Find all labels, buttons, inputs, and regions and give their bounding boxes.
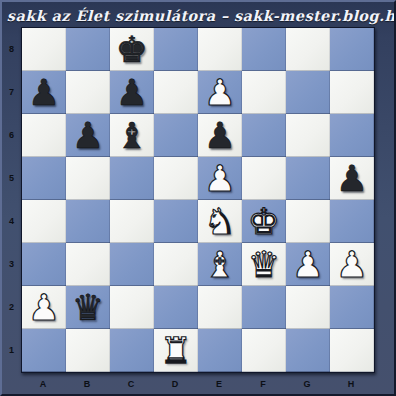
square-d8[interactable] — [154, 28, 198, 71]
square-b5[interactable] — [66, 157, 110, 200]
rank-label: 6 — [2, 113, 21, 156]
square-h7[interactable] — [330, 71, 374, 114]
square-g3[interactable]: ♟ — [286, 243, 330, 286]
piece-black-king[interactable]: ♚ — [116, 28, 148, 71]
square-b4[interactable] — [66, 200, 110, 243]
piece-black-pawn[interactable]: ♟ — [116, 71, 148, 114]
square-d6[interactable] — [154, 114, 198, 157]
chess-diagram-frame: A sakk az Élet szimulátora – sakk-mester… — [0, 0, 396, 396]
square-d2[interactable] — [154, 286, 198, 329]
rank-label: 3 — [2, 242, 21, 285]
square-g6[interactable] — [286, 114, 330, 157]
square-e8[interactable] — [198, 28, 242, 71]
square-a2[interactable]: ♟ — [22, 286, 66, 329]
square-e5[interactable]: ♟ — [198, 157, 242, 200]
square-a8[interactable] — [22, 28, 66, 71]
rank-label: 2 — [2, 285, 21, 328]
rank-labels: 87654321 — [2, 27, 21, 371]
file-label: B — [65, 377, 109, 389]
square-g1[interactable] — [286, 329, 330, 372]
square-a5[interactable] — [22, 157, 66, 200]
square-h6[interactable] — [330, 114, 374, 157]
square-b6[interactable]: ♟ — [66, 114, 110, 157]
piece-black-pawn[interactable]: ♟ — [72, 114, 104, 157]
piece-white-queen[interactable]: ♛ — [248, 243, 280, 286]
chess-board[interactable]: ♚♟♟♟♟♝♟♟♟♞♚♝♛♟♟♟♛♜ — [21, 27, 375, 373]
square-h8[interactable] — [330, 28, 374, 71]
square-f2[interactable] — [242, 286, 286, 329]
rank-label: 7 — [2, 70, 21, 113]
square-f1[interactable] — [242, 329, 286, 372]
file-labels: ABCDEFGH — [21, 372, 373, 394]
square-b8[interactable] — [66, 28, 110, 71]
square-f4[interactable]: ♚ — [242, 200, 286, 243]
square-g2[interactable] — [286, 286, 330, 329]
square-d5[interactable] — [154, 157, 198, 200]
square-h5[interactable]: ♟ — [330, 157, 374, 200]
piece-black-pawn[interactable]: ♟ — [336, 157, 368, 200]
square-h3[interactable]: ♟ — [330, 243, 374, 286]
square-d3[interactable] — [154, 243, 198, 286]
piece-black-bishop[interactable]: ♝ — [116, 114, 148, 157]
file-label: F — [241, 377, 285, 389]
square-a7[interactable]: ♟ — [22, 71, 66, 114]
rank-label: 1 — [2, 328, 21, 371]
piece-white-bishop[interactable]: ♝ — [204, 243, 236, 286]
square-c6[interactable]: ♝ — [110, 114, 154, 157]
square-a4[interactable] — [22, 200, 66, 243]
square-f5[interactable] — [242, 157, 286, 200]
square-c5[interactable] — [110, 157, 154, 200]
square-c3[interactable] — [110, 243, 154, 286]
square-c4[interactable] — [110, 200, 154, 243]
square-e4[interactable]: ♞ — [198, 200, 242, 243]
square-e7[interactable]: ♟ — [198, 71, 242, 114]
piece-white-pawn[interactable]: ♟ — [28, 286, 60, 329]
square-c7[interactable]: ♟ — [110, 71, 154, 114]
square-e2[interactable] — [198, 286, 242, 329]
square-g8[interactable] — [286, 28, 330, 71]
square-a1[interactable] — [22, 329, 66, 372]
file-label: C — [109, 377, 153, 389]
piece-white-king[interactable]: ♚ — [248, 200, 280, 243]
piece-white-rook[interactable]: ♜ — [160, 329, 192, 372]
square-f8[interactable] — [242, 28, 286, 71]
square-h4[interactable] — [330, 200, 374, 243]
square-f6[interactable] — [242, 114, 286, 157]
square-a6[interactable] — [22, 114, 66, 157]
square-g4[interactable] — [286, 200, 330, 243]
square-f7[interactable] — [242, 71, 286, 114]
square-g7[interactable] — [286, 71, 330, 114]
piece-black-queen[interactable]: ♛ — [72, 286, 104, 329]
square-c1[interactable] — [110, 329, 154, 372]
square-e6[interactable]: ♟ — [198, 114, 242, 157]
square-h2[interactable] — [330, 286, 374, 329]
piece-black-pawn[interactable]: ♟ — [28, 71, 60, 114]
square-b7[interactable] — [66, 71, 110, 114]
square-b3[interactable] — [66, 243, 110, 286]
square-b1[interactable] — [66, 329, 110, 372]
file-label: E — [197, 377, 241, 389]
file-label: D — [153, 377, 197, 389]
square-d7[interactable] — [154, 71, 198, 114]
piece-white-pawn[interactable]: ♟ — [204, 157, 236, 200]
file-label: A — [21, 377, 65, 389]
piece-black-pawn[interactable]: ♟ — [204, 114, 236, 157]
page-title: A sakk az Élet szimulátora – sakk-mester… — [0, 7, 396, 24]
square-a3[interactable] — [22, 243, 66, 286]
piece-white-pawn[interactable]: ♟ — [336, 243, 368, 286]
title-bar: A sakk az Élet szimulátora – sakk-mester… — [2, 2, 394, 28]
square-e3[interactable]: ♝ — [198, 243, 242, 286]
square-d4[interactable] — [154, 200, 198, 243]
rank-label: 8 — [2, 27, 21, 70]
piece-white-pawn[interactable]: ♟ — [204, 71, 236, 114]
rank-label: 5 — [2, 156, 21, 199]
square-h1[interactable] — [330, 329, 374, 372]
square-c8[interactable]: ♚ — [110, 28, 154, 71]
square-c2[interactable] — [110, 286, 154, 329]
square-d1[interactable]: ♜ — [154, 329, 198, 372]
piece-white-pawn[interactable]: ♟ — [292, 243, 324, 286]
square-e1[interactable] — [198, 329, 242, 372]
piece-white-knight[interactable]: ♞ — [204, 200, 236, 243]
square-f3[interactable]: ♛ — [242, 243, 286, 286]
file-label: H — [329, 377, 373, 389]
square-b2[interactable]: ♛ — [66, 286, 110, 329]
square-g5[interactable] — [286, 157, 330, 200]
rank-label: 4 — [2, 199, 21, 242]
file-label: G — [285, 377, 329, 389]
